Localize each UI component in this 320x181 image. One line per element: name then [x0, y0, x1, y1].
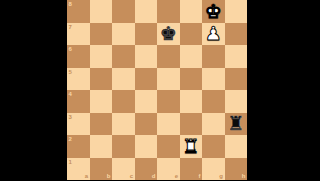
white-pawn[interactable]: ♟	[202, 23, 225, 46]
file-label-d: d	[152, 173, 156, 179]
square-d8[interactable]	[135, 0, 158, 23]
rank-label-5: 5	[69, 69, 72, 75]
rank-label-7: 7	[69, 24, 72, 30]
square-e2[interactable]	[157, 135, 180, 158]
square-d2[interactable]	[135, 135, 158, 158]
square-f3[interactable]	[180, 113, 203, 136]
square-a1[interactable]: 1a	[67, 158, 90, 181]
square-b5[interactable]	[90, 68, 113, 91]
square-f5[interactable]	[180, 68, 203, 91]
rank-label-6: 6	[69, 46, 72, 52]
square-c5[interactable]	[112, 68, 135, 91]
square-f7[interactable]	[180, 23, 203, 46]
square-h5[interactable]	[225, 68, 248, 91]
black-king[interactable]: ♚	[157, 23, 180, 46]
square-d4[interactable]	[135, 90, 158, 113]
square-g7[interactable]: ♟	[202, 23, 225, 46]
chess-board: 8♚7♚♟6543♜2♜1abcdefgh	[67, 0, 247, 180]
square-a8[interactable]: 8	[67, 0, 90, 23]
square-b7[interactable]	[90, 23, 113, 46]
black-rook[interactable]: ♜	[225, 113, 248, 136]
square-c4[interactable]	[112, 90, 135, 113]
video-frame: 8♚7♚♟6543♜2♜1abcdefgh	[0, 0, 320, 180]
square-h8[interactable]	[225, 0, 248, 23]
square-e3[interactable]	[157, 113, 180, 136]
rank-label-4: 4	[69, 91, 72, 97]
square-c1[interactable]: c	[112, 158, 135, 181]
square-f6[interactable]	[180, 45, 203, 68]
square-c6[interactable]	[112, 45, 135, 68]
square-a4[interactable]: 4	[67, 90, 90, 113]
file-label-a: a	[85, 173, 88, 179]
square-a5[interactable]: 5	[67, 68, 90, 91]
square-e6[interactable]	[157, 45, 180, 68]
square-b6[interactable]	[90, 45, 113, 68]
square-g6[interactable]	[202, 45, 225, 68]
square-b4[interactable]	[90, 90, 113, 113]
file-label-f: f	[199, 173, 201, 179]
rank-label-3: 3	[69, 114, 72, 120]
square-d7[interactable]	[135, 23, 158, 46]
square-g5[interactable]	[202, 68, 225, 91]
white-rook[interactable]: ♜	[180, 135, 203, 158]
square-h3[interactable]: ♜	[225, 113, 248, 136]
square-h7[interactable]	[225, 23, 248, 46]
square-e8[interactable]	[157, 0, 180, 23]
square-c7[interactable]	[112, 23, 135, 46]
square-e1[interactable]: e	[157, 158, 180, 181]
square-a3[interactable]: 3	[67, 113, 90, 136]
square-a2[interactable]: 2	[67, 135, 90, 158]
square-h2[interactable]	[225, 135, 248, 158]
square-g4[interactable]	[202, 90, 225, 113]
square-c3[interactable]	[112, 113, 135, 136]
rank-label-8: 8	[69, 1, 72, 7]
square-d5[interactable]	[135, 68, 158, 91]
square-c8[interactable]	[112, 0, 135, 23]
square-a7[interactable]: 7	[67, 23, 90, 46]
square-b8[interactable]	[90, 0, 113, 23]
square-e4[interactable]	[157, 90, 180, 113]
file-label-g: g	[219, 173, 223, 179]
square-f1[interactable]: f	[180, 158, 203, 181]
square-b1[interactable]: b	[90, 158, 113, 181]
square-b3[interactable]	[90, 113, 113, 136]
file-label-h: h	[242, 173, 246, 179]
square-c2[interactable]	[112, 135, 135, 158]
square-f2[interactable]: ♜	[180, 135, 203, 158]
square-e7[interactable]: ♚	[157, 23, 180, 46]
square-g1[interactable]: g	[202, 158, 225, 181]
square-b2[interactable]	[90, 135, 113, 158]
file-label-b: b	[107, 173, 111, 179]
square-g8[interactable]: ♚	[202, 0, 225, 23]
file-label-c: c	[130, 173, 133, 179]
square-h1[interactable]: h	[225, 158, 248, 181]
file-label-e: e	[175, 173, 178, 179]
square-d3[interactable]	[135, 113, 158, 136]
square-d1[interactable]: d	[135, 158, 158, 181]
square-a6[interactable]: 6	[67, 45, 90, 68]
square-g2[interactable]	[202, 135, 225, 158]
white-king[interactable]: ♚	[202, 0, 225, 23]
rank-label-2: 2	[69, 136, 72, 142]
square-f4[interactable]	[180, 90, 203, 113]
rank-label-1: 1	[69, 159, 72, 165]
square-g3[interactable]	[202, 113, 225, 136]
square-f8[interactable]	[180, 0, 203, 23]
square-e5[interactable]	[157, 68, 180, 91]
square-h4[interactable]	[225, 90, 248, 113]
square-h6[interactable]	[225, 45, 248, 68]
square-d6[interactable]	[135, 45, 158, 68]
